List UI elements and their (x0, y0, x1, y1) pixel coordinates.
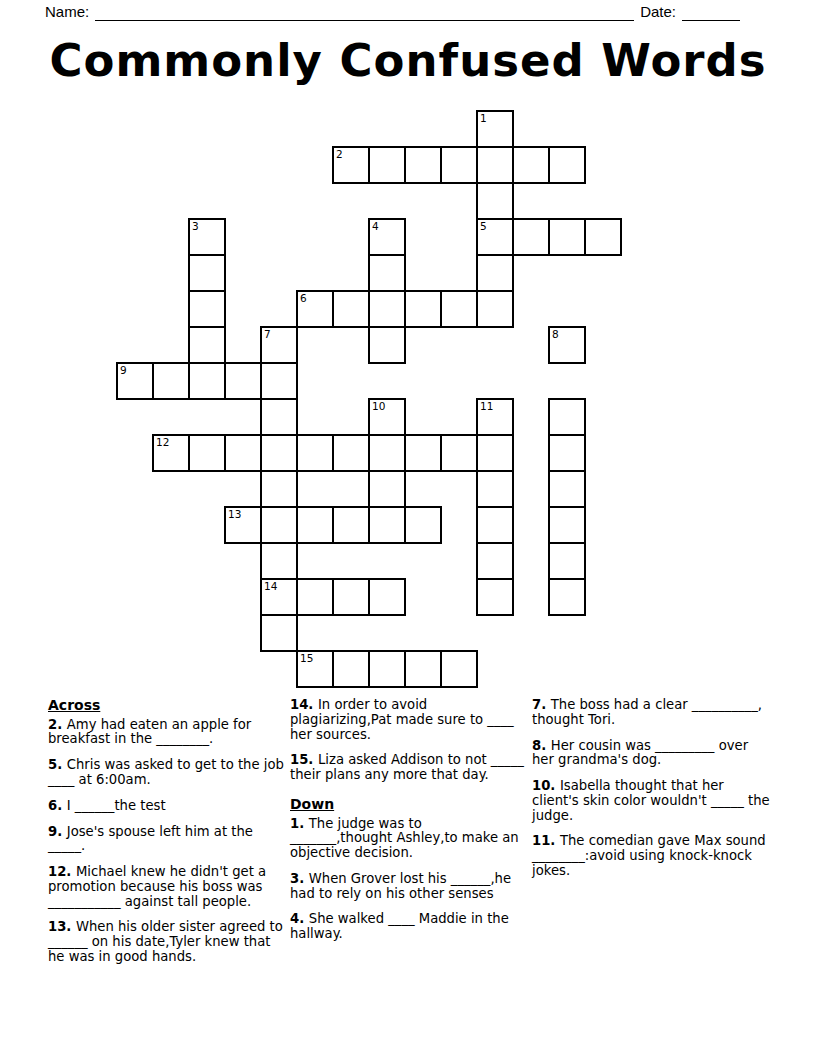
clue-number-6: 6 (300, 292, 307, 304)
grid-cell-r10c4[interactable] (260, 470, 298, 508)
grid-cell-r1c7[interactable] (368, 146, 406, 184)
grid-cell-r11c6[interactable] (332, 506, 370, 544)
clue-1-down: 1. The judge was to _______,thought Ashl… (290, 817, 527, 861)
clue-number-label: 6. (48, 798, 67, 813)
grid-cell-r5c7[interactable] (368, 290, 406, 328)
clue-column-2: 14. In order to avoid plagiarizing,Pat m… (290, 698, 527, 953)
clue-number-label: 3. (290, 871, 309, 886)
clue-number-label: 8. (532, 738, 551, 753)
grid-cell-r1c11[interactable] (512, 146, 550, 184)
grid-cell-r12c10[interactable] (476, 542, 514, 580)
grid-cell-r1c6[interactable]: 2 (332, 146, 370, 184)
grid-cell-r7c1[interactable] (152, 362, 190, 400)
clue-8-down: 8. Her cousin was _________ over her gra… (532, 739, 774, 769)
clue-number-label: 5. (48, 757, 67, 772)
grid-cell-r15c6[interactable] (332, 650, 370, 688)
name-label: Name: (45, 3, 89, 21)
grid-cell-r9c3[interactable] (224, 434, 262, 472)
grid-cell-r5c8[interactable] (404, 290, 442, 328)
grid-cell-r11c10[interactable] (476, 506, 514, 544)
grid-cell-r9c6[interactable] (332, 434, 370, 472)
grid-cell-r4c7[interactable] (368, 254, 406, 292)
grid-cell-r9c2[interactable] (188, 434, 226, 472)
grid-cell-r5c5[interactable]: 6 (296, 290, 334, 328)
grid-cell-r9c8[interactable] (404, 434, 442, 472)
name-blank-line[interactable] (95, 2, 634, 21)
clue-number-label: 13. (48, 919, 76, 934)
grid-cell-r6c2[interactable] (188, 326, 226, 364)
grid-cell-r5c10[interactable] (476, 290, 514, 328)
clue-number-label: 7. (532, 697, 551, 712)
name-date-row: Name: Date: (45, 2, 740, 21)
grid-cell-r11c3[interactable]: 13 (224, 506, 262, 544)
clue-number-14: 14 (264, 580, 277, 592)
grid-cell-r4c2[interactable] (188, 254, 226, 292)
clue-number-7: 7 (264, 328, 271, 340)
grid-cell-r1c8[interactable] (404, 146, 442, 184)
grid-cell-r12c4[interactable] (260, 542, 298, 580)
clue-number-8: 8 (552, 328, 559, 340)
clue-number-15: 15 (300, 652, 313, 664)
grid-cell-r6c7[interactable] (368, 326, 406, 364)
grid-cell-r9c4[interactable] (260, 434, 298, 472)
grid-cell-r1c12[interactable] (548, 146, 586, 184)
grid-cell-r15c8[interactable] (404, 650, 442, 688)
grid-cell-r3c12[interactable] (548, 218, 586, 256)
grid-cell-r9c10[interactable] (476, 434, 514, 472)
grid-cell-r8c10[interactable]: 11 (476, 398, 514, 436)
grid-cell-r10c10[interactable] (476, 470, 514, 508)
clue-5-across: 5. Chris was asked to get to the job ___… (48, 758, 285, 788)
grid-cell-r8c12[interactable] (548, 398, 586, 436)
grid-cell-r3c10[interactable]: 5 (476, 218, 514, 256)
grid-cell-r14c4[interactable] (260, 614, 298, 652)
clue-11-down: 11. The comedian gave Max sound ________… (532, 834, 774, 878)
clue-number-11: 11 (480, 400, 493, 412)
clue-number-10: 10 (372, 400, 385, 412)
heading-across: Across (48, 698, 285, 714)
grid-cell-r3c7[interactable]: 4 (368, 218, 406, 256)
grid-cell-r11c7[interactable] (368, 506, 406, 544)
worksheet-page: Name: Date: Commonly Confused Words 1234… (0, 0, 816, 1056)
clue-number-label: 1. (290, 816, 309, 831)
grid-cell-r3c13[interactable] (584, 218, 622, 256)
clue-2-across: 2. Amy had eaten an apple for breakfast … (48, 718, 285, 748)
clue-number-3: 3 (192, 220, 199, 232)
heading-down: Down (290, 797, 527, 813)
grid-cell-r15c5[interactable]: 15 (296, 650, 334, 688)
grid-cell-r12c12[interactable] (548, 542, 586, 580)
grid-cell-r0c10[interactable]: 1 (476, 110, 514, 148)
puzzle-title: Commonly Confused Words (0, 34, 816, 87)
clue-number-label: 15. (290, 752, 318, 767)
grid-cell-r2c10[interactable] (476, 182, 514, 220)
clue-3-down: 3. When Grover lost his ______,he had to… (290, 872, 527, 902)
date-label: Date: (640, 3, 676, 21)
grid-cell-r4c10[interactable] (476, 254, 514, 292)
grid-cell-r3c2[interactable]: 3 (188, 218, 226, 256)
clue-number-4: 4 (372, 220, 379, 232)
grid-cell-r7c2[interactable] (188, 362, 226, 400)
clue-number-9: 9 (120, 364, 127, 376)
grid-cell-r8c7[interactable]: 10 (368, 398, 406, 436)
grid-cell-r6c4[interactable]: 7 (260, 326, 298, 364)
grid-cell-r11c12[interactable] (548, 506, 586, 544)
grid-cell-r7c0[interactable]: 9 (116, 362, 154, 400)
clue-10-down: 10. Isabella thought that her client's s… (532, 779, 774, 823)
grid-cell-r11c8[interactable] (404, 506, 442, 544)
clue-number-12: 12 (156, 436, 169, 448)
grid-cell-r13c6[interactable] (332, 578, 370, 616)
grid-cell-r11c5[interactable] (296, 506, 334, 544)
grid-cell-r15c9[interactable] (440, 650, 478, 688)
grid-cell-r13c10[interactable] (476, 578, 514, 616)
grid-cell-r5c2[interactable] (188, 290, 226, 328)
grid-cell-r5c9[interactable] (440, 290, 478, 328)
grid-cell-r7c3[interactable] (224, 362, 262, 400)
grid-cell-r9c5[interactable] (296, 434, 334, 472)
grid-cell-r10c7[interactable] (368, 470, 406, 508)
clue-number-label: 11. (532, 833, 560, 848)
clue-number-label: 14. (290, 697, 318, 712)
clue-7-down: 7. The boss had a clear __________, thou… (532, 698, 774, 728)
grid-cell-r9c12[interactable] (548, 434, 586, 472)
grid-cell-r1c9[interactable] (440, 146, 478, 184)
clue-13-across: 13. When his older sister agreed to ____… (48, 920, 285, 964)
grid-cell-r11c4[interactable] (260, 506, 298, 544)
clue-number-label: 9. (48, 824, 67, 839)
grid-cell-r3c11[interactable] (512, 218, 550, 256)
grid-cell-r9c9[interactable] (440, 434, 478, 472)
crossword-grid: 123456789101112131415 (116, 110, 622, 688)
clue-number-1: 1 (480, 112, 487, 124)
clue-number-label: 12. (48, 864, 76, 879)
grid-cell-r15c7[interactable] (368, 650, 406, 688)
grid-cell-r13c7[interactable] (368, 578, 406, 616)
grid-cell-r8c4[interactable] (260, 398, 298, 436)
clue-number-2: 2 (336, 148, 343, 160)
clue-15-across: 15. Liza asked Addison to not _____ thei… (290, 753, 527, 783)
grid-cell-r1c10[interactable] (476, 146, 514, 184)
clue-number-label: 10. (532, 778, 560, 793)
clue-number-label: 4. (290, 911, 309, 926)
clue-number-13: 13 (228, 508, 241, 520)
clue-number-label: 2. (48, 717, 67, 732)
clue-14-across: 14. In order to avoid plagiarizing,Pat m… (290, 698, 527, 742)
clue-4-down: 4. She walked ____ Maddie in the hallway… (290, 912, 527, 942)
grid-cell-r13c5[interactable] (296, 578, 334, 616)
grid-cell-r10c12[interactable] (548, 470, 586, 508)
clue-12-across: 12. Michael knew he didn't get a promoti… (48, 865, 285, 909)
grid-cell-r9c7[interactable] (368, 434, 406, 472)
grid-cell-r6c12[interactable]: 8 (548, 326, 586, 364)
clue-column-3: 7. The boss had a clear __________, thou… (532, 698, 774, 890)
grid-cell-r9c1[interactable]: 12 (152, 434, 190, 472)
clue-9-across: 9. Jose's spouse left him at the _____. (48, 825, 285, 855)
clue-column-1: Across2. Amy had eaten an apple for brea… (48, 698, 285, 976)
date-blank-line[interactable] (682, 2, 740, 21)
grid-cell-r5c6[interactable] (332, 290, 370, 328)
grid-cell-r13c12[interactable] (548, 578, 586, 616)
grid-cell-r7c4[interactable] (260, 362, 298, 400)
clue-6-across: 6. I ______the test (48, 799, 285, 814)
clue-number-5: 5 (480, 220, 487, 232)
grid-cell-r13c4[interactable]: 14 (260, 578, 298, 616)
